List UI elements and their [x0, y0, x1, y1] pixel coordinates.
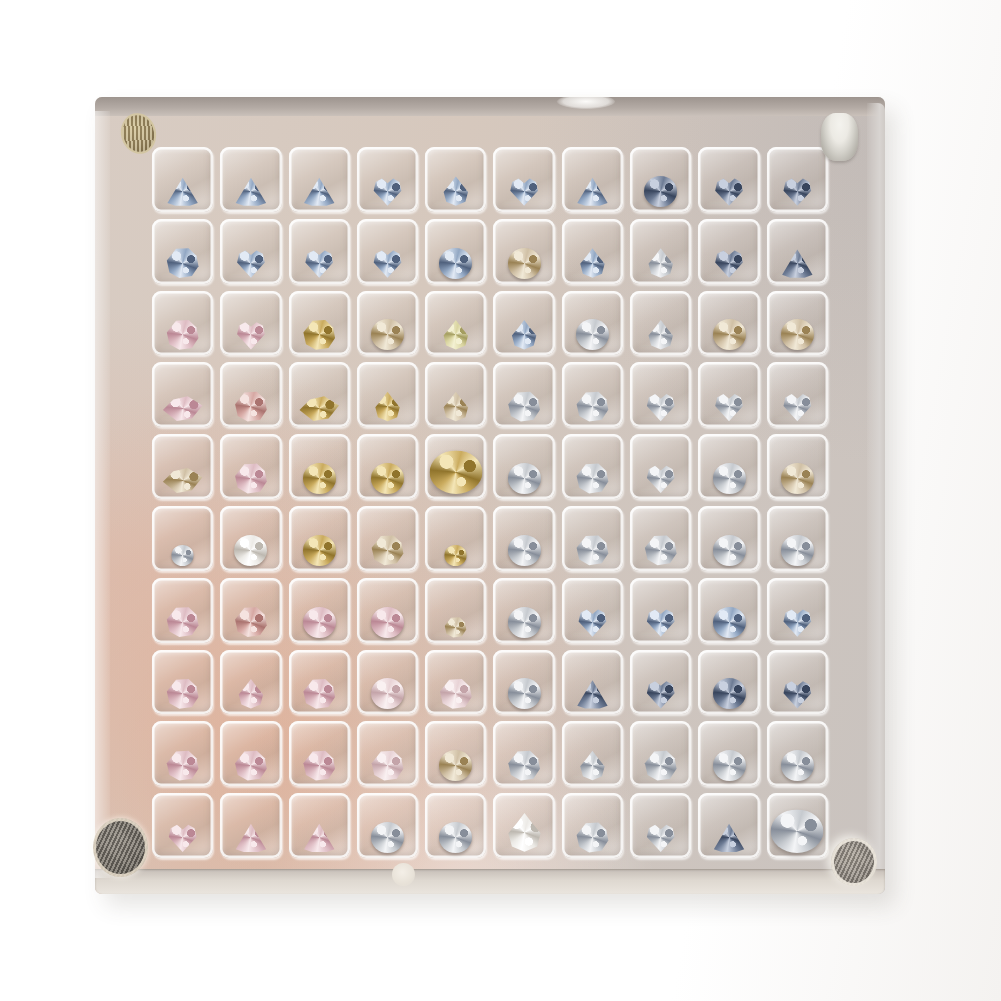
gem-silver-cluster[interactable] — [576, 463, 609, 494]
gem-silver-round[interactable] — [713, 463, 746, 494]
grid-cell-r1c3[interactable] — [289, 147, 350, 212]
acrylic-storage-box — [95, 97, 885, 894]
gem-pale-pink-round[interactable] — [371, 678, 404, 709]
gem-pink-cluster[interactable] — [234, 750, 267, 781]
gem-silver-pear[interactable] — [644, 319, 677, 350]
gem-dark-blue-heart[interactable] — [781, 678, 814, 709]
grid-cell-r2c9[interactable] — [698, 219, 759, 284]
gem-pale-yellow-pear[interactable] — [439, 319, 472, 350]
grid-cell-r5c7[interactable] — [562, 434, 623, 499]
grid-cell-r4c3[interactable] — [289, 362, 350, 427]
gem-gold-cluster[interactable] — [303, 319, 336, 350]
gem-pink-trillion[interactable] — [303, 822, 336, 853]
grid-cell-r9c3[interactable] — [289, 721, 350, 786]
grid-cell-r7c4[interactable] — [357, 578, 418, 643]
gem-blue-cluster[interactable] — [166, 248, 199, 279]
grid-cell-r7c8[interactable] — [630, 578, 691, 643]
grid-cell-r1c4[interactable] — [357, 147, 418, 212]
gem-silver-round[interactable] — [439, 822, 472, 853]
grid-cell-r1c7[interactable] — [562, 147, 623, 212]
grid-cell-r6c4[interactable] — [357, 506, 418, 571]
grid-cell-r8c8[interactable] — [630, 650, 691, 715]
grid-cell-r1c6[interactable] — [493, 147, 554, 212]
gem-blue-pear[interactable] — [508, 319, 541, 350]
gem-pink-cluster[interactable] — [166, 678, 199, 709]
gem-dark-blue-heart[interactable] — [781, 176, 814, 207]
grid-cell-r2c8[interactable] — [630, 219, 691, 284]
grid-cell-r7c10[interactable] — [767, 578, 828, 643]
gem-silver-round[interactable] — [576, 319, 609, 350]
grid-cell-r2c2[interactable] — [220, 219, 281, 284]
gem-pink-round[interactable] — [303, 607, 336, 638]
grid-cell-r4c9[interactable] — [698, 362, 759, 427]
gem-white-round[interactable] — [234, 535, 267, 566]
grid-cell-r2c5[interactable] — [425, 219, 486, 284]
grid-cell-r2c10[interactable] — [767, 219, 828, 284]
photo-scene — [0, 0, 1001, 1001]
gem-blue-pear[interactable] — [439, 176, 472, 207]
grid-cell-r4c7[interactable] — [562, 362, 623, 427]
grid-cell-r8c4[interactable] — [357, 650, 418, 715]
grid-cell-r4c6[interactable] — [493, 362, 554, 427]
grid-cell-r4c1[interactable] — [152, 362, 213, 427]
grid-cell-r5c1[interactable] — [152, 434, 213, 499]
gem-blue-trillion[interactable] — [166, 176, 199, 207]
gem-dark-blue-trillion[interactable] — [781, 248, 814, 279]
gem-dark-blue-heart[interactable] — [713, 176, 746, 207]
gem-gold-marquise[interactable] — [298, 395, 340, 422]
grid-cell-r9c4[interactable] — [357, 721, 418, 786]
gem-pink-round[interactable] — [371, 607, 404, 638]
gem-champagne-round[interactable] — [508, 248, 541, 279]
gem-blue-heart[interactable] — [644, 607, 677, 638]
gem-blue-heart[interactable] — [371, 176, 404, 207]
gem-gold-round[interactable] — [303, 535, 336, 566]
gem-silver-heart[interactable] — [644, 822, 677, 853]
gem-silver-cluster[interactable] — [576, 822, 609, 853]
grid-cell-r2c7[interactable] — [562, 219, 623, 284]
grid-cell-r3c8[interactable] — [630, 291, 691, 356]
plate-top-edge — [95, 97, 885, 116]
grid-cell-r5c8[interactable] — [630, 434, 691, 499]
grid-cell-r10c6[interactable] — [493, 793, 554, 858]
screw-top-right-icon — [821, 113, 858, 161]
gem-gold-pear[interactable] — [371, 391, 404, 422]
gem-silver-round[interactable] — [713, 535, 746, 566]
gem-champagne-round[interactable] — [781, 319, 814, 350]
grid-cell-r5c10[interactable] — [767, 434, 828, 499]
plate-right-edge — [867, 103, 885, 894]
gem-silver-round[interactable] — [508, 463, 541, 494]
grid-cell-r9c8[interactable] — [630, 721, 691, 786]
gem-pale-pink-cluster[interactable] — [439, 678, 472, 709]
bottom-edge-dot-icon — [392, 863, 415, 886]
gem-silver-cluster[interactable] — [576, 535, 609, 566]
gem-gold-oval[interactable] — [429, 450, 482, 494]
grid-cell-r2c3[interactable] — [289, 219, 350, 284]
gem-silver-cluster[interactable] — [576, 391, 609, 422]
plate-left-edge — [95, 111, 110, 878]
grid-cell-r8c9[interactable] — [698, 650, 759, 715]
grid-cell-r7c7[interactable] — [562, 578, 623, 643]
grid-cell-r8c5[interactable] — [425, 650, 486, 715]
grid-cell-r6c6[interactable] — [493, 506, 554, 571]
storage-grid — [152, 147, 828, 858]
gem-silver-heart[interactable] — [781, 391, 814, 422]
grid-cell-r2c6[interactable] — [493, 219, 554, 284]
grid-cell-r6c5[interactable] — [425, 506, 486, 571]
grid-cell-r6c1[interactable] — [152, 506, 213, 571]
grid-cell-r8c2[interactable] — [220, 650, 281, 715]
grid-cell-r1c5[interactable] — [425, 147, 486, 212]
gem-silver-round[interactable] — [781, 750, 814, 781]
grid-cell-r4c5[interactable] — [425, 362, 486, 427]
grid-cell-r1c9[interactable] — [698, 147, 759, 212]
gem-pink-trillion[interactable] — [234, 822, 267, 853]
grid-cell-r5c3[interactable] — [289, 434, 350, 499]
grid-cell-r3c1[interactable] — [152, 291, 213, 356]
grid-cell-r8c7[interactable] — [562, 650, 623, 715]
grid-cell-r4c8[interactable] — [630, 362, 691, 427]
gem-blue-heart[interactable] — [303, 248, 336, 279]
gem-silver-round[interactable] — [508, 678, 541, 709]
gem-silver-oval[interactable] — [771, 809, 824, 853]
gem-blue-round[interactable] — [713, 607, 746, 638]
gem-pale-pink-cluster[interactable] — [371, 750, 404, 781]
gem-dark-blue-heart[interactable] — [644, 678, 677, 709]
grid-cell-r9c2[interactable] — [220, 721, 281, 786]
grid-cell-r6c3[interactable] — [289, 506, 350, 571]
gem-dark-blue-round[interactable] — [713, 678, 746, 709]
gem-blue-pear[interactable] — [576, 248, 609, 279]
gem-pink-cluster[interactable] — [166, 607, 199, 638]
gem-blue-heart[interactable] — [234, 248, 267, 279]
grid-cell-r2c4[interactable] — [357, 219, 418, 284]
gem-gold-round[interactable] — [445, 545, 467, 566]
grid-cell-r7c1[interactable] — [152, 578, 213, 643]
grid-cell-r1c1[interactable] — [152, 147, 213, 212]
grid-cell-r7c2[interactable] — [220, 578, 281, 643]
grid-cell-r10c3[interactable] — [289, 793, 350, 858]
gem-champagne-round[interactable] — [713, 319, 746, 350]
grid-cell-r3c4[interactable] — [357, 291, 418, 356]
plate-bottom-edge — [95, 869, 885, 894]
gem-white-pear[interactable] — [502, 812, 546, 853]
grid-cell-r10c1[interactable] — [152, 793, 213, 858]
grid-cell-r8c3[interactable] — [289, 650, 350, 715]
gem-blue-heart[interactable] — [781, 607, 814, 638]
gem-silver-round[interactable] — [508, 607, 541, 638]
grid-cell-r8c10[interactable] — [767, 650, 828, 715]
grid-cell-r9c10[interactable] — [767, 721, 828, 786]
grid-cell-r3c3[interactable] — [289, 291, 350, 356]
grid-cell-r5c6[interactable] — [493, 434, 554, 499]
grid-cell-r7c6[interactable] — [493, 578, 554, 643]
gem-champagne-round[interactable] — [439, 750, 472, 781]
gem-blue-heart[interactable] — [576, 607, 609, 638]
grid-cell-r6c2[interactable] — [220, 506, 281, 571]
gem-gold-round[interactable] — [303, 463, 336, 494]
grid-cell-r9c6[interactable] — [493, 721, 554, 786]
top-edge-reflection — [557, 94, 615, 109]
gem-dark-blue-trillion[interactable] — [576, 678, 609, 709]
grid-cell-r6c9[interactable] — [698, 506, 759, 571]
gem-pink-cluster[interactable] — [234, 463, 267, 494]
grid-cell-r2c1[interactable] — [152, 219, 213, 284]
grid-cell-r3c9[interactable] — [698, 291, 759, 356]
grid-cell-r8c1[interactable] — [152, 650, 213, 715]
grid-cell-r6c10[interactable] — [767, 506, 828, 571]
grid-cell-r3c10[interactable] — [767, 291, 828, 356]
gem-blue-trillion[interactable] — [234, 176, 267, 207]
grid-cell-r6c8[interactable] — [630, 506, 691, 571]
gem-silver-pear[interactable] — [576, 750, 609, 781]
grid-cell-r5c2[interactable] — [220, 434, 281, 499]
grid-cell-r7c9[interactable] — [698, 578, 759, 643]
gem-champagne-marquise[interactable] — [162, 467, 204, 494]
gem-gold-round[interactable] — [371, 463, 404, 494]
gem-silver-cluster[interactable] — [644, 535, 677, 566]
gem-blue-heart[interactable] — [508, 176, 541, 207]
grid-cell-r3c7[interactable] — [562, 291, 623, 356]
gem-pink-marquise[interactable] — [162, 395, 204, 422]
grid-cell-r9c7[interactable] — [562, 721, 623, 786]
gem-pink-cluster[interactable] — [303, 750, 336, 781]
gem-blue-round[interactable] — [439, 248, 472, 279]
grid-cell-r10c4[interactable] — [357, 793, 418, 858]
gem-silver-cluster[interactable] — [644, 750, 677, 781]
gem-rose-cluster[interactable] — [234, 391, 267, 422]
grid-cell-r3c5[interactable] — [425, 291, 486, 356]
grid-cell-r1c8[interactable] — [630, 147, 691, 212]
grid-cell-r9c9[interactable] — [698, 721, 759, 786]
gem-dark-blue-round[interactable] — [644, 176, 677, 207]
grid-cell-r3c6[interactable] — [493, 291, 554, 356]
gem-pink-heart[interactable] — [166, 822, 199, 853]
grid-cell-r1c2[interactable] — [220, 147, 281, 212]
gem-pink-cluster[interactable] — [303, 678, 336, 709]
gem-blue-heart[interactable] — [371, 248, 404, 279]
gem-dark-blue-heart[interactable] — [713, 248, 746, 279]
gem-rose-cluster[interactable] — [234, 607, 267, 638]
gem-blue-trillion[interactable] — [576, 176, 609, 207]
gem-silver-cluster[interactable] — [508, 391, 541, 422]
gem-pink-cluster[interactable] — [166, 319, 199, 350]
gem-silver-round[interactable] — [171, 545, 193, 566]
gem-champagne-round[interactable] — [371, 319, 404, 350]
gem-dark-blue-trillion[interactable] — [713, 822, 746, 853]
magnet-foot-bottom-left-icon — [93, 818, 148, 877]
grid-cell-r9c5[interactable] — [425, 721, 486, 786]
gem-pink-cluster[interactable] — [166, 750, 199, 781]
gem-silver-round[interactable] — [371, 822, 404, 853]
grid-cell-r9c1[interactable] — [152, 721, 213, 786]
grid-cell-r10c9[interactable] — [698, 793, 759, 858]
grid-cell-r5c9[interactable] — [698, 434, 759, 499]
grid-cell-r10c8[interactable] — [630, 793, 691, 858]
grid-cell-r10c2[interactable] — [220, 793, 281, 858]
grid-cell-r5c5[interactable] — [425, 434, 486, 499]
grid-cell-r10c5[interactable] — [425, 793, 486, 858]
gem-champagne-cluster[interactable] — [445, 617, 467, 638]
gem-silver-heart[interactable] — [713, 391, 746, 422]
grid-cell-r4c4[interactable] — [357, 362, 418, 427]
grid-cell-r3c2[interactable] — [220, 291, 281, 356]
grid-cell-r10c7[interactable] — [562, 793, 623, 858]
gem-champagne-cluster[interactable] — [371, 535, 404, 566]
grid-cell-r10c10[interactable] — [767, 793, 828, 858]
gem-silver-pear[interactable] — [644, 248, 677, 279]
magnet-foot-bottom-right-icon — [831, 838, 877, 886]
gem-champagne-pear[interactable] — [439, 391, 472, 422]
grid-cell-r4c10[interactable] — [767, 362, 828, 427]
grid-cell-r8c6[interactable] — [493, 650, 554, 715]
gem-silver-round[interactable] — [508, 535, 541, 566]
gem-silver-heart[interactable] — [644, 463, 677, 494]
gem-silver-round[interactable] — [781, 535, 814, 566]
gem-silver-round[interactable] — [713, 750, 746, 781]
grid-cell-r7c5[interactable] — [425, 578, 486, 643]
grid-cell-r7c3[interactable] — [289, 578, 350, 643]
gem-pink-pear[interactable] — [234, 678, 267, 709]
grid-cell-r5c4[interactable] — [357, 434, 418, 499]
gem-blue-trillion[interactable] — [303, 176, 336, 207]
gem-silver-cluster[interactable] — [508, 750, 541, 781]
grid-cell-r6c7[interactable] — [562, 506, 623, 571]
grid-cell-r4c2[interactable] — [220, 362, 281, 427]
grid-cell-r1c10[interactable] — [767, 147, 828, 212]
gem-silver-heart[interactable] — [644, 391, 677, 422]
gem-champagne-round[interactable] — [781, 463, 814, 494]
gem-pink-heart[interactable] — [234, 319, 267, 350]
